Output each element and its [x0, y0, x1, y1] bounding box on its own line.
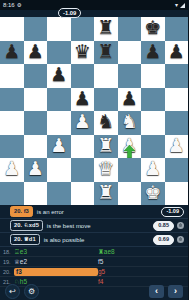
square-g5[interactable]	[141, 88, 165, 112]
white-queen: ♛	[97, 157, 114, 181]
square-a6[interactable]	[0, 64, 24, 88]
square-h6[interactable]	[165, 64, 189, 88]
annotation-text: is the best move	[47, 223, 91, 229]
black-rook: ♜	[97, 40, 114, 64]
eval-badge: 0.69	[153, 235, 174, 245]
square-a1[interactable]	[0, 182, 24, 206]
black-pawn: ♟	[50, 63, 67, 87]
square-e8[interactable]: ♜	[94, 17, 118, 41]
square-c5[interactable]	[47, 88, 71, 112]
square-f5[interactable]: ♟	[118, 88, 142, 112]
square-a4[interactable]	[0, 111, 24, 135]
square-h7[interactable]: ♟	[165, 41, 189, 65]
analysis-panel: 20. f3 is an error -1.09 20. ♘xd5 is the…	[0, 205, 188, 246]
square-d6[interactable]	[71, 64, 95, 88]
white-pawn: ♟	[50, 134, 67, 158]
square-c1[interactable]	[47, 182, 71, 206]
move-number: 19.	[0, 259, 12, 265]
square-e4[interactable]: ♞	[94, 111, 118, 135]
black-king: ♚	[144, 16, 161, 40]
white-knight: ♞	[121, 110, 138, 134]
square-h8[interactable]	[165, 17, 189, 41]
white-pawn: ♟	[144, 157, 161, 181]
chess-analysis-app: 8:16 ⚙ ▾ -1.09 ♜♚♟♟♛♜♟♟♟♟♟♟♞♞♟♜♟♟♟♟♛♟♜♚ …	[0, 0, 188, 300]
settings-button[interactable]: ⚙	[24, 284, 39, 299]
black-pawn: ♟	[121, 87, 138, 111]
square-e5[interactable]	[94, 88, 118, 112]
move-row-20: 20. f3 g5	[0, 267, 188, 277]
square-b6[interactable]	[24, 64, 48, 88]
status-bar: 8:16 ⚙ ▾	[0, 0, 188, 10]
move-number: 18.	[0, 249, 12, 255]
square-d2[interactable]	[71, 158, 95, 182]
square-b5[interactable]	[24, 88, 48, 112]
square-f6[interactable]	[118, 64, 142, 88]
gear-icon: ⚙	[28, 284, 35, 299]
square-g3[interactable]	[141, 135, 165, 159]
square-f2[interactable]	[118, 158, 142, 182]
square-d8[interactable]	[71, 17, 95, 41]
black-queen: ♛	[74, 40, 91, 64]
analysis-row-possible: 20. ♕d1 is also possible 0.69	[0, 232, 188, 246]
square-b2[interactable]: ♟	[24, 158, 48, 182]
bottom-toolbar: ↩ ⚙ ‹ ›	[0, 283, 188, 300]
square-d4[interactable]: ♟	[71, 111, 95, 135]
square-e6[interactable]	[94, 64, 118, 88]
white-move[interactable]: ♖e3	[14, 248, 27, 255]
black-move[interactable]: g5	[98, 268, 105, 275]
white-pawn: ♟	[168, 134, 185, 158]
square-a7[interactable]: ♟	[0, 41, 24, 65]
black-move[interactable]: ♜ae8	[98, 248, 115, 255]
square-c2[interactable]	[47, 158, 71, 182]
clock-label: 8:16	[3, 2, 15, 8]
black-pawn: ♟	[3, 40, 20, 64]
square-f7[interactable]	[118, 41, 142, 65]
square-e3[interactable]: ♜	[94, 135, 118, 159]
chess-board[interactable]: ♜♚♟♟♛♜♟♟♟♟♟♟♞♞♟♜♟♟♟♟♛♟♜♚	[0, 17, 188, 205]
white-pawn: ♟	[74, 110, 91, 134]
chevron-right-icon: ›	[174, 285, 177, 298]
move-arrow-icon	[124, 145, 135, 158]
cellular-signal-icon	[180, 3, 185, 8]
next-move-button[interactable]: ›	[168, 285, 183, 298]
square-g8[interactable]: ♚	[141, 17, 165, 41]
wifi-icon: ▾	[175, 2, 178, 8]
gear-status-icon: ⚙	[17, 2, 22, 8]
square-e1[interactable]: ♜	[94, 182, 118, 206]
square-h1[interactable]	[165, 182, 189, 206]
analysis-row-error: 20. f3 is an error -1.09	[0, 205, 188, 218]
white-pawn: ♟	[27, 157, 44, 181]
square-a8[interactable]	[0, 17, 24, 41]
eval-detail-icon[interactable]	[177, 222, 184, 229]
square-g4[interactable]	[141, 111, 165, 135]
square-d1[interactable]	[71, 182, 95, 206]
black-pawn: ♟	[74, 87, 91, 111]
black-pawn: ♟	[168, 40, 185, 64]
square-g2[interactable]: ♟	[141, 158, 165, 182]
move-badge-nxd5[interactable]: 20. ♘xd5	[10, 220, 43, 231]
square-h3[interactable]: ♟	[165, 135, 189, 159]
square-e2[interactable]: ♛	[94, 158, 118, 182]
move-badge-f3[interactable]: 20. f3	[10, 206, 33, 217]
move-badge-qd1[interactable]: 20. ♕d1	[10, 234, 40, 245]
white-rook: ♜	[97, 134, 114, 158]
square-c4[interactable]	[47, 111, 71, 135]
eval-detail-icon[interactable]	[177, 236, 184, 243]
square-a3[interactable]	[0, 135, 24, 159]
square-e7[interactable]: ♜	[94, 41, 118, 65]
square-d7[interactable]: ♛	[71, 41, 95, 65]
white-pawn: ♟	[3, 157, 20, 181]
square-d5[interactable]: ♟	[71, 88, 95, 112]
move-row-19: 19. ♕e2 f5	[0, 257, 188, 267]
current-move-highlight[interactable]: f3	[14, 268, 98, 276]
square-f8[interactable]	[118, 17, 142, 41]
black-move[interactable]: f5	[98, 258, 103, 265]
black-pawn: ♟	[144, 40, 161, 64]
square-f1[interactable]	[118, 182, 142, 206]
white-move[interactable]: ♕e2	[14, 258, 27, 265]
square-c7[interactable]	[47, 41, 71, 65]
analysis-row-best: 20. ♘xd5 is the best move 0.85	[0, 218, 188, 232]
square-b7[interactable]: ♟	[24, 41, 48, 65]
prev-move-button[interactable]: ‹	[149, 285, 164, 298]
move-row-18: 18. ♖e3 ♜ae8	[0, 247, 188, 257]
black-rook: ♜	[97, 16, 114, 40]
annotation-text: is also possible	[44, 237, 85, 243]
square-a2[interactable]: ♟	[0, 158, 24, 182]
move-number: 20.	[0, 269, 12, 275]
square-c3[interactable]: ♟	[47, 135, 71, 159]
undo-button[interactable]: ↩	[5, 284, 20, 299]
white-rook: ♜	[97, 181, 114, 205]
square-b3[interactable]	[24, 135, 48, 159]
square-g7[interactable]: ♟	[141, 41, 165, 65]
white-king: ♚	[144, 181, 161, 205]
square-b8[interactable]	[24, 17, 48, 41]
square-g1[interactable]: ♚	[141, 182, 165, 206]
annotation-text: is an error	[37, 209, 64, 215]
eval-badge: 0.85	[153, 221, 174, 231]
chevron-left-icon: ‹	[155, 285, 158, 298]
square-f4[interactable]: ♞	[118, 111, 142, 135]
square-a5[interactable]	[0, 88, 24, 112]
undo-icon: ↩	[9, 284, 16, 299]
eval-badge: -1.09	[161, 207, 184, 217]
black-pawn: ♟	[27, 40, 44, 64]
square-g6[interactable]	[141, 64, 165, 88]
square-b4[interactable]	[24, 111, 48, 135]
black-knight: ♞	[97, 110, 114, 134]
evaluation-badge: -1.09	[58, 8, 81, 18]
square-c8[interactable]	[47, 17, 71, 41]
square-h5[interactable]	[165, 88, 189, 112]
move-list: 18. ♖e3 ♜ae8 19. ♕e2 f5 20. f3 g5 21. ♘h…	[0, 246, 188, 287]
square-b1[interactable]	[24, 182, 48, 206]
square-h4[interactable]	[165, 111, 189, 135]
square-h2[interactable]	[165, 158, 189, 182]
square-c6[interactable]: ♟	[47, 64, 71, 88]
square-d3[interactable]	[71, 135, 95, 159]
